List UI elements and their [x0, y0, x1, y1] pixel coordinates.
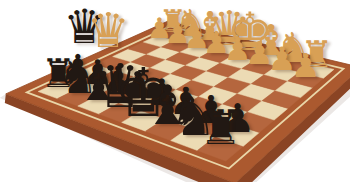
extra-piece-white-queen[interactable]: ♛	[87, 6, 130, 54]
piece-white-pawn-h2[interactable]: ♟	[291, 49, 321, 82]
chess-set-photo: ♜♞♟♝♟♛♛♛♟♚♟♝♟♞♟♜♟♟♟♟♜♟♞♟♝♟♛♟♚♟♝♟♞♜	[0, 0, 350, 182]
piece-black-rook-h8[interactable]: ♜	[199, 105, 242, 153]
